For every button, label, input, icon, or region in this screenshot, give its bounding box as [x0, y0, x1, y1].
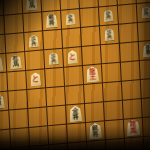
board-cell[interactable]: [119, 23, 139, 44]
board-cell[interactable]: [84, 83, 104, 104]
board-cell[interactable]: [10, 128, 30, 149]
board-cell[interactable]: 歩兵: [61, 9, 81, 30]
piece-kanji: と: [32, 75, 40, 84]
board-cell[interactable]: [48, 125, 68, 146]
board-cell[interactable]: [102, 63, 122, 84]
board-cell[interactable]: 銀将: [42, 11, 62, 32]
board-cell[interactable]: [46, 87, 66, 108]
board-cell[interactable]: [144, 135, 150, 150]
shogi-piece-silver[interactable]: 銀将: [88, 122, 102, 139]
shogi-piece-lance[interactable]: 香車: [0, 94, 5, 109]
board-cell[interactable]: [138, 21, 150, 42]
piece-kanji: 車: [146, 50, 150, 56]
board-cell[interactable]: と: [26, 69, 46, 90]
shogi-board: 桂馬銀将歩兵歩兵歩兵歩兵歩兵金将桂馬歩兵と香車と龍王香車金将銀将龍馬: [0, 0, 150, 150]
board-cell[interactable]: [29, 126, 49, 147]
piece-kanji: 兵: [107, 34, 112, 40]
board-cell[interactable]: と: [63, 47, 83, 68]
piece-kanji: 兵: [51, 58, 56, 64]
piece-kanji: 将: [49, 20, 55, 26]
shogi-piece-dragon-horse[interactable]: 龍馬: [126, 119, 140, 137]
board-cell[interactable]: [125, 137, 145, 150]
board-cell[interactable]: [45, 68, 65, 89]
board-cell[interactable]: [85, 102, 105, 123]
board-cell[interactable]: [141, 78, 150, 99]
board-cell[interactable]: [5, 33, 25, 54]
board-cell[interactable]: [121, 61, 141, 82]
piece-kanji: 馬: [29, 3, 35, 9]
board-cell[interactable]: [123, 99, 143, 120]
piece-kanji: 馬: [130, 127, 137, 134]
shogi-piece-gold[interactable]: 金将: [69, 105, 83, 122]
board-cell[interactable]: [49, 144, 69, 150]
board-cell[interactable]: [142, 97, 150, 118]
shogi-piece-knight[interactable]: 桂馬: [10, 54, 22, 69]
board-cell[interactable]: [23, 12, 43, 33]
board-cell[interactable]: [87, 140, 107, 150]
piece-kanji: 将: [72, 113, 79, 120]
board-cell[interactable]: 歩兵: [44, 49, 64, 70]
board-cell[interactable]: [105, 120, 125, 141]
shogi-piece-tokin[interactable]: と: [67, 50, 78, 64]
board-cell[interactable]: 金将: [66, 104, 86, 125]
board-cell[interactable]: 銀将: [86, 121, 106, 142]
board-cell[interactable]: [140, 59, 150, 80]
shogi-piece-dragon-king[interactable]: 龍王: [86, 66, 100, 83]
board-cell[interactable]: [68, 142, 88, 150]
shogi-piece-pawn[interactable]: 歩兵: [65, 12, 76, 25]
shogi-photo-frame: 桂馬銀将歩兵歩兵歩兵歩兵歩兵金将桂馬歩兵と香車と龍王香車金将銀将龍馬: [0, 0, 150, 150]
piece-kanji: 兵: [68, 19, 73, 25]
board-cell[interactable]: [81, 26, 101, 47]
board-cell[interactable]: 龍馬: [124, 118, 144, 139]
board-cell[interactable]: [101, 44, 121, 65]
piece-kanji: 王: [89, 74, 96, 81]
board-cell[interactable]: 歩兵: [99, 6, 119, 27]
shogi-piece-pawn[interactable]: 歩兵: [103, 9, 114, 22]
shogi-piece-pawn[interactable]: 歩兵: [141, 6, 150, 19]
board-cell[interactable]: [9, 109, 29, 130]
shogi-piece-gold[interactable]: 金将: [0, 55, 3, 71]
board-cell[interactable]: [43, 30, 63, 51]
board-cell[interactable]: [106, 139, 126, 150]
board-cell[interactable]: 歩兵: [137, 2, 150, 23]
board-cell[interactable]: [80, 7, 100, 28]
shogi-piece-pawn[interactable]: 歩兵: [28, 34, 39, 48]
shogi-piece-knight[interactable]: 桂馬: [25, 0, 37, 11]
board-cell[interactable]: 歩兵: [100, 25, 120, 46]
board-cell[interactable]: [28, 107, 48, 128]
board-cell[interactable]: [120, 42, 140, 63]
board-cell[interactable]: [143, 116, 150, 137]
piece-kanji: 車: [0, 101, 2, 107]
board-cell[interactable]: [103, 82, 123, 103]
piece-kanji: 兵: [106, 15, 111, 21]
board-cell[interactable]: 龍王: [83, 64, 103, 85]
board-cell[interactable]: [8, 90, 28, 111]
piece-kanji: 馬: [13, 61, 19, 67]
board-cell[interactable]: [7, 71, 27, 92]
board-cell[interactable]: 香車: [139, 40, 150, 61]
board-cell[interactable]: [67, 123, 87, 144]
shogi-piece-pawn[interactable]: 歩兵: [48, 52, 59, 66]
shogi-piece-silver[interactable]: 銀将: [45, 13, 58, 29]
shogi-piece-tokin[interactable]: と: [30, 72, 42, 86]
board-cell[interactable]: [11, 147, 31, 150]
piece-kanji: 将: [92, 131, 99, 138]
board-cell[interactable]: [25, 50, 45, 71]
board-cell[interactable]: [47, 106, 67, 127]
board-cell[interactable]: [82, 45, 102, 66]
board-cell[interactable]: [118, 4, 138, 25]
board-cell[interactable]: 桂馬: [6, 52, 26, 73]
piece-kanji: 兵: [144, 12, 149, 18]
shogi-piece-pawn[interactable]: 歩兵: [104, 28, 115, 42]
board-cell[interactable]: [30, 145, 50, 150]
board-cell[interactable]: 歩兵: [24, 31, 44, 52]
board-cell[interactable]: [27, 88, 47, 109]
board-cell[interactable]: [4, 14, 24, 35]
piece-kanji: 兵: [31, 41, 36, 47]
board-cell[interactable]: [122, 80, 142, 101]
board-cell[interactable]: [104, 101, 124, 122]
board-cell[interactable]: [64, 66, 84, 87]
board-cell[interactable]: [62, 28, 82, 49]
board-cell[interactable]: [65, 85, 85, 106]
piece-kanji: と: [69, 53, 77, 61]
shogi-piece-lance[interactable]: 香車: [142, 43, 150, 58]
